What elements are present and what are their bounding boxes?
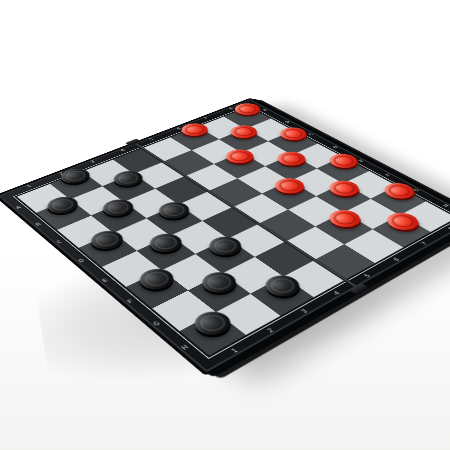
label-bottom-8: 8 [445, 226, 450, 233]
label-right-B: B [282, 120, 292, 125]
label-top-1: 1 [23, 183, 35, 189]
checker-black-F1[interactable] [134, 265, 180, 293]
label-bottom-1: 1 [228, 346, 243, 356]
label-right-F: F [383, 172, 394, 178]
label-left-A: A [12, 204, 24, 210]
label-top-5: 5 [146, 137, 157, 142]
label-right-D: D [330, 145, 341, 150]
label-left-C: C [53, 238, 66, 245]
label-left-G: G [150, 319, 165, 328]
checker-red-E8[interactable] [324, 151, 363, 170]
checker-red-G8[interactable] [379, 180, 420, 201]
label-left-E: E [98, 277, 112, 285]
label-left-H: H [178, 343, 193, 353]
label-bottom-3: 3 [298, 307, 312, 316]
label-bottom-5: 5 [361, 272, 374, 280]
label-top-3: 3 [87, 159, 98, 165]
checker-red-F7[interactable] [324, 178, 365, 199]
label-bottom-6: 6 [391, 256, 404, 264]
label-top-7: 7 [201, 116, 211, 121]
label-right-H: H [440, 203, 450, 209]
checker-red-A8[interactable] [230, 101, 265, 117]
label-left-B: B [32, 221, 45, 228]
label-bottom-4: 4 [330, 289, 344, 297]
label-left-D: D [75, 257, 88, 265]
checker-red-H7[interactable] [381, 210, 424, 234]
label-right-A: A [260, 108, 270, 113]
label-bottom-7: 7 [419, 240, 432, 247]
checker-red-C8[interactable] [275, 125, 312, 143]
label-bottom-2: 2 [264, 326, 279, 335]
label-top-4: 4 [117, 148, 128, 153]
label-left-F: F [123, 297, 137, 306]
scene: 11AA22BB33CC44DD55EE66FF77GG88HH [0, 0, 450, 450]
